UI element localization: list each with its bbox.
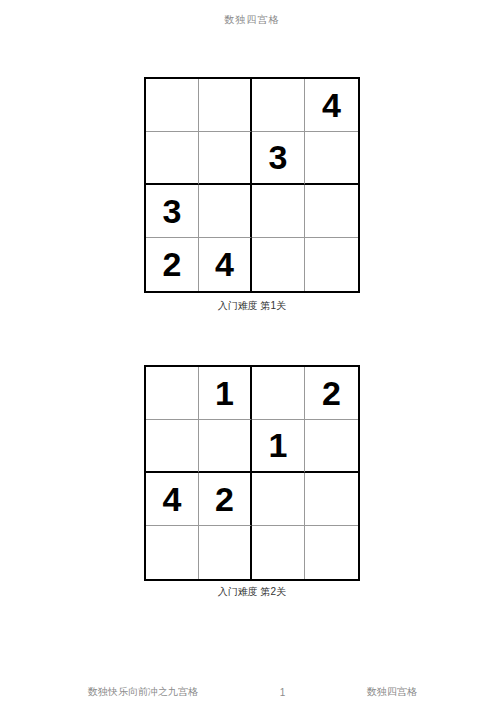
footer-page-number: 1 (280, 687, 286, 698)
p2-cell-r2c3[interactable]: 1 (252, 420, 305, 473)
p2-cell-r3c4[interactable] (305, 473, 358, 526)
p2-cell-r1c4[interactable]: 2 (305, 367, 358, 420)
p2-cell-r2c1[interactable] (146, 420, 199, 473)
p2-cell-r4c1[interactable] (146, 526, 199, 579)
p2-cell-r2c4[interactable] (305, 420, 358, 473)
footer-book-title: 数独快乐向前冲之九宫格 (88, 685, 198, 699)
p2-cell-r4c2[interactable] (199, 526, 252, 579)
document-page: 数独四宫格 4 3 3 2 4 入门难度 第1关 1 2 1 4 2 (0, 0, 504, 713)
p1-cell-r4c3[interactable] (252, 238, 305, 291)
p2-cell-r3c1[interactable]: 4 (146, 473, 199, 526)
p1-cell-r4c1[interactable]: 2 (146, 238, 199, 291)
p1-cell-r3c3[interactable] (252, 185, 305, 238)
p1-cell-r2c4[interactable] (305, 132, 358, 185)
p2-cell-r1c1[interactable] (146, 367, 199, 420)
p1-cell-r1c1[interactable] (146, 79, 199, 132)
p2-cell-r1c2[interactable]: 1 (199, 367, 252, 420)
p1-cell-r3c2[interactable] (199, 185, 252, 238)
p1-cell-r4c2[interactable]: 4 (199, 238, 252, 291)
p2-cell-r2c2[interactable] (199, 420, 252, 473)
p2-cell-r3c2[interactable]: 2 (199, 473, 252, 526)
p1-cell-r2c1[interactable] (146, 132, 199, 185)
sudoku-board-2: 1 2 1 4 2 (144, 365, 360, 581)
p2-cell-r4c3[interactable] (252, 526, 305, 579)
page-header-title: 数独四宫格 (0, 13, 504, 27)
p1-cell-r3c4[interactable] (305, 185, 358, 238)
puzzle-1-caption: 入门难度 第1关 (0, 299, 504, 313)
p2-cell-r4c4[interactable] (305, 526, 358, 579)
p1-cell-r1c3[interactable] (252, 79, 305, 132)
p1-cell-r2c2[interactable] (199, 132, 252, 185)
p1-cell-r4c4[interactable] (305, 238, 358, 291)
p1-cell-r2c3[interactable]: 3 (252, 132, 305, 185)
sudoku-board-1: 4 3 3 2 4 (144, 77, 360, 293)
p1-cell-r1c2[interactable] (199, 79, 252, 132)
p1-cell-r3c1[interactable]: 3 (146, 185, 199, 238)
p1-cell-r1c4[interactable]: 4 (305, 79, 358, 132)
p2-cell-r1c3[interactable] (252, 367, 305, 420)
page-footer: 数独快乐向前冲之九宫格 1 数独四宫格 (88, 685, 417, 699)
p2-cell-r3c3[interactable] (252, 473, 305, 526)
puzzle-2-caption: 入门难度 第2关 (0, 585, 504, 599)
footer-section-title: 数独四宫格 (367, 685, 417, 699)
